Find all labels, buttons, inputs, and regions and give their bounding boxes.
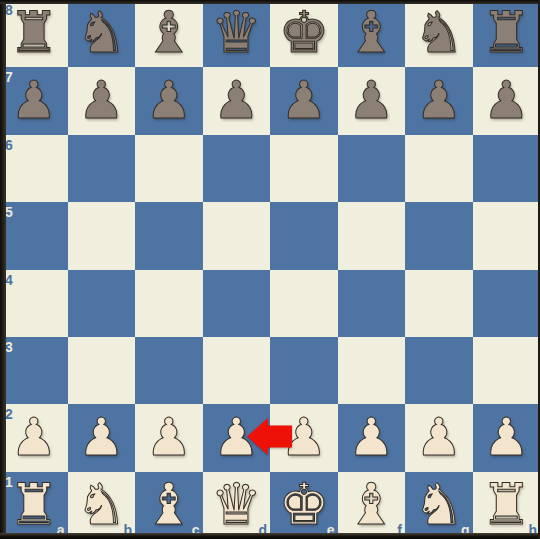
square-c4[interactable] — [135, 270, 203, 337]
square-b8[interactable]: ♞ — [68, 0, 136, 67]
piece-black-pawn[interactable]: ♟ — [415, 74, 462, 126]
square-f3[interactable] — [338, 337, 406, 404]
piece-black-queen[interactable]: ♛ — [211, 4, 262, 61]
rank-label-5: 5 — [5, 205, 13, 219]
square-a2[interactable]: 2♟ — [0, 404, 68, 471]
square-h8[interactable]: ♜ — [473, 0, 540, 67]
piece-white-king[interactable]: ♚ — [278, 476, 329, 533]
piece-white-pawn[interactable]: ♟ — [145, 411, 192, 463]
square-b5[interactable] — [68, 202, 136, 269]
piece-black-knight[interactable]: ♞ — [413, 4, 464, 61]
square-h5[interactable] — [473, 202, 540, 269]
square-d8[interactable]: ♛ — [203, 0, 271, 67]
piece-white-rook[interactable]: ♜ — [481, 476, 532, 533]
square-b4[interactable] — [68, 270, 136, 337]
square-h1[interactable]: h♜ — [473, 472, 540, 539]
square-g3[interactable] — [405, 337, 473, 404]
square-h3[interactable] — [473, 337, 540, 404]
file-label-f: f — [397, 523, 402, 537]
rank-label-4: 4 — [5, 273, 13, 287]
square-e8[interactable]: ♚ — [270, 0, 338, 67]
piece-black-pawn[interactable]: ♟ — [10, 74, 57, 126]
square-g5[interactable] — [405, 202, 473, 269]
square-c3[interactable] — [135, 337, 203, 404]
square-a8[interactable]: 8♜ — [0, 0, 68, 67]
piece-black-pawn[interactable]: ♟ — [78, 74, 125, 126]
square-a6[interactable]: 6 — [0, 135, 68, 202]
square-b2[interactable]: ♟ — [68, 404, 136, 471]
piece-white-bishop[interactable]: ♝ — [143, 476, 194, 533]
piece-white-pawn[interactable]: ♟ — [483, 411, 530, 463]
piece-white-bishop[interactable]: ♝ — [346, 476, 397, 533]
square-a1[interactable]: 1a♜ — [0, 472, 68, 539]
square-e7[interactable]: ♟ — [270, 67, 338, 134]
rank-label-3: 3 — [5, 340, 13, 354]
square-f1[interactable]: f♝ — [338, 472, 406, 539]
square-b6[interactable] — [68, 135, 136, 202]
square-f7[interactable]: ♟ — [338, 67, 406, 134]
piece-black-knight[interactable]: ♞ — [76, 4, 127, 61]
square-a3[interactable]: 3 — [0, 337, 68, 404]
square-e1[interactable]: e♚ — [270, 472, 338, 539]
piece-black-king[interactable]: ♚ — [278, 4, 329, 61]
square-c7[interactable]: ♟ — [135, 67, 203, 134]
square-f4[interactable] — [338, 270, 406, 337]
piece-white-pawn[interactable]: ♟ — [348, 411, 395, 463]
piece-white-pawn[interactable]: ♟ — [415, 411, 462, 463]
square-c8[interactable]: ♝ — [135, 0, 203, 67]
square-f6[interactable] — [338, 135, 406, 202]
piece-black-rook[interactable]: ♜ — [481, 4, 532, 61]
square-b1[interactable]: b♞ — [68, 472, 136, 539]
move-arrow-shape — [247, 418, 292, 455]
piece-black-pawn[interactable]: ♟ — [348, 74, 395, 126]
chess-board: 8♜♞♝♛♚♝♞♜7♟♟♟♟♟♟♟♟65432♟♟♟♟♟♟♟♟1a♜b♞c♝d♛… — [0, 0, 540, 539]
piece-black-bishop[interactable]: ♝ — [143, 4, 194, 61]
square-d7[interactable]: ♟ — [203, 67, 271, 134]
square-d5[interactable] — [203, 202, 271, 269]
square-g4[interactable] — [405, 270, 473, 337]
square-h2[interactable]: ♟ — [473, 404, 540, 471]
piece-black-pawn[interactable]: ♟ — [280, 74, 327, 126]
piece-black-bishop[interactable]: ♝ — [346, 4, 397, 61]
square-g1[interactable]: g♞ — [405, 472, 473, 539]
piece-white-knight[interactable]: ♞ — [76, 476, 127, 533]
square-c1[interactable]: c♝ — [135, 472, 203, 539]
piece-white-knight[interactable]: ♞ — [413, 476, 464, 533]
piece-black-pawn[interactable]: ♟ — [483, 74, 530, 126]
piece-black-rook[interactable]: ♜ — [8, 4, 59, 61]
square-g7[interactable]: ♟ — [405, 67, 473, 134]
square-e3[interactable] — [270, 337, 338, 404]
square-c5[interactable] — [135, 202, 203, 269]
square-d6[interactable] — [203, 135, 271, 202]
square-f8[interactable]: ♝ — [338, 0, 406, 67]
square-f5[interactable] — [338, 202, 406, 269]
square-h6[interactable] — [473, 135, 540, 202]
square-g8[interactable]: ♞ — [405, 0, 473, 67]
square-e5[interactable] — [270, 202, 338, 269]
piece-black-pawn[interactable]: ♟ — [213, 74, 260, 126]
square-h7[interactable]: ♟ — [473, 67, 540, 134]
rank-label-6: 6 — [5, 138, 13, 152]
square-b3[interactable] — [68, 337, 136, 404]
piece-white-rook[interactable]: ♜ — [8, 476, 59, 533]
piece-white-pawn[interactable]: ♟ — [78, 411, 125, 463]
square-e6[interactable] — [270, 135, 338, 202]
piece-white-queen[interactable]: ♛ — [211, 476, 262, 533]
square-g2[interactable]: ♟ — [405, 404, 473, 471]
move-arrow — [247, 418, 292, 455]
piece-white-pawn[interactable]: ♟ — [10, 411, 57, 463]
square-a4[interactable]: 4 — [0, 270, 68, 337]
square-a7[interactable]: 7♟ — [0, 67, 68, 134]
square-d1[interactable]: d♛ — [203, 472, 271, 539]
square-a5[interactable]: 5 — [0, 202, 68, 269]
square-d4[interactable] — [203, 270, 271, 337]
square-e4[interactable] — [270, 270, 338, 337]
square-b7[interactable]: ♟ — [68, 67, 136, 134]
square-c2[interactable]: ♟ — [135, 404, 203, 471]
piece-black-pawn[interactable]: ♟ — [145, 74, 192, 126]
square-c6[interactable] — [135, 135, 203, 202]
square-f2[interactable]: ♟ — [338, 404, 406, 471]
square-h4[interactable] — [473, 270, 540, 337]
square-d3[interactable] — [203, 337, 271, 404]
chess-app-screen: 8♜♞♝♛♚♝♞♜7♟♟♟♟♟♟♟♟65432♟♟♟♟♟♟♟♟1a♜b♞c♝d♛… — [0, 0, 540, 539]
square-g6[interactable] — [405, 135, 473, 202]
